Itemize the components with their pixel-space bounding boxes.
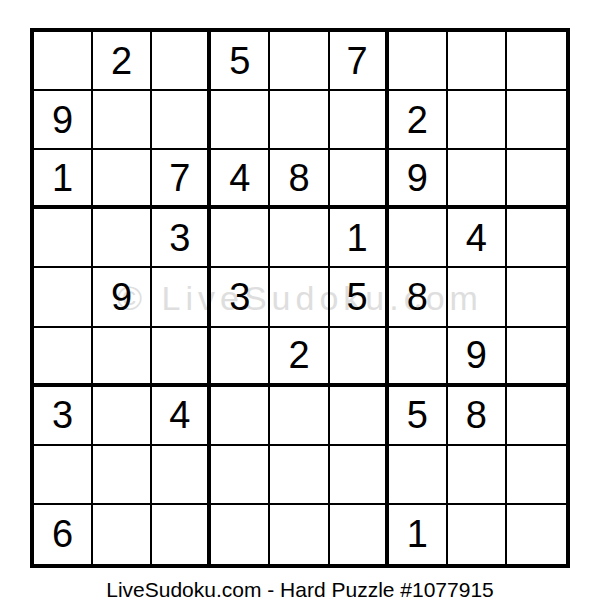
sudoku-cell-r6c2[interactable] xyxy=(93,328,152,387)
sudoku-cell-r6c5[interactable]: 2 xyxy=(270,328,329,387)
sudoku-cell-r6c9[interactable] xyxy=(507,328,566,387)
sudoku-cell-r4c2[interactable] xyxy=(93,209,152,268)
sudoku-cell-r5c3[interactable] xyxy=(152,268,211,327)
sudoku-cell-r1c4[interactable]: 5 xyxy=(211,32,270,91)
sudoku-cell-r2c5[interactable] xyxy=(270,91,329,150)
sudoku-cell-r7c8[interactable]: 8 xyxy=(448,387,507,446)
sudoku-cell-r9c2[interactable] xyxy=(93,505,152,564)
sudoku-cell-r7c1[interactable]: 3 xyxy=(34,387,93,446)
sudoku-cell-r1c1[interactable] xyxy=(34,32,93,91)
sudoku-cell-r3c5[interactable]: 8 xyxy=(270,150,329,209)
page: © LiveSudoku.com 25792174893149358293458… xyxy=(0,0,600,615)
sudoku-cell-r4c7[interactable] xyxy=(389,209,448,268)
sudoku-cell-r6c6[interactable] xyxy=(330,328,389,387)
sudoku-cell-r9c3[interactable] xyxy=(152,505,211,564)
sudoku-board: © LiveSudoku.com 25792174893149358293458… xyxy=(30,28,570,568)
sudoku-cell-r9c7[interactable]: 1 xyxy=(389,505,448,564)
sudoku-cell-r6c1[interactable] xyxy=(34,328,93,387)
sudoku-cell-r4c6[interactable]: 1 xyxy=(330,209,389,268)
sudoku-cell-r4c1[interactable] xyxy=(34,209,93,268)
sudoku-cell-r8c5[interactable] xyxy=(270,446,329,505)
sudoku-cell-r2c9[interactable] xyxy=(507,91,566,150)
sudoku-cell-r4c3[interactable]: 3 xyxy=(152,209,211,268)
sudoku-cell-r5c9[interactable] xyxy=(507,268,566,327)
sudoku-cell-r1c7[interactable] xyxy=(389,32,448,91)
sudoku-cell-r6c7[interactable] xyxy=(389,328,448,387)
sudoku-cell-r8c7[interactable] xyxy=(389,446,448,505)
sudoku-cell-r8c9[interactable] xyxy=(507,446,566,505)
caption: LiveSudoku.com - Hard Puzzle #1077915 xyxy=(0,578,600,602)
sudoku-cell-r8c4[interactable] xyxy=(211,446,270,505)
sudoku-cell-r6c3[interactable] xyxy=(152,328,211,387)
sudoku-cell-r7c6[interactable] xyxy=(330,387,389,446)
sudoku-cell-r9c5[interactable] xyxy=(270,505,329,564)
sudoku-cell-r9c4[interactable] xyxy=(211,505,270,564)
sudoku-cell-r8c1[interactable] xyxy=(34,446,93,505)
sudoku-cell-r7c4[interactable] xyxy=(211,387,270,446)
sudoku-cell-r6c8[interactable]: 9 xyxy=(448,328,507,387)
sudoku-cell-r5c8[interactable] xyxy=(448,268,507,327)
sudoku-cell-r7c5[interactable] xyxy=(270,387,329,446)
sudoku-cell-r5c2[interactable]: 9 xyxy=(93,268,152,327)
sudoku-cell-r7c2[interactable] xyxy=(93,387,152,446)
sudoku-cell-r8c3[interactable] xyxy=(152,446,211,505)
sudoku-cell-r3c6[interactable] xyxy=(330,150,389,209)
sudoku-cell-r7c9[interactable] xyxy=(507,387,566,446)
sudoku-cell-r1c6[interactable]: 7 xyxy=(330,32,389,91)
sudoku-cell-r4c4[interactable] xyxy=(211,209,270,268)
sudoku-cell-r4c9[interactable] xyxy=(507,209,566,268)
sudoku-cell-r3c4[interactable]: 4 xyxy=(211,150,270,209)
sudoku-cell-r2c7[interactable]: 2 xyxy=(389,91,448,150)
sudoku-cell-r2c3[interactable] xyxy=(152,91,211,150)
sudoku-cell-r5c7[interactable]: 8 xyxy=(389,268,448,327)
sudoku-cell-r5c1[interactable] xyxy=(34,268,93,327)
sudoku-cell-r5c4[interactable]: 3 xyxy=(211,268,270,327)
sudoku-cell-r3c8[interactable] xyxy=(448,150,507,209)
sudoku-cell-r4c8[interactable]: 4 xyxy=(448,209,507,268)
sudoku-cell-r1c5[interactable] xyxy=(270,32,329,91)
sudoku-cell-r7c3[interactable]: 4 xyxy=(152,387,211,446)
sudoku-cell-r3c2[interactable] xyxy=(93,150,152,209)
sudoku-cell-r1c8[interactable] xyxy=(448,32,507,91)
sudoku-cell-r5c5[interactable] xyxy=(270,268,329,327)
sudoku-cell-r2c1[interactable]: 9 xyxy=(34,91,93,150)
sudoku-cell-r3c3[interactable]: 7 xyxy=(152,150,211,209)
sudoku-cell-r3c9[interactable] xyxy=(507,150,566,209)
sudoku-cell-r3c7[interactable]: 9 xyxy=(389,150,448,209)
sudoku-cell-r9c1[interactable]: 6 xyxy=(34,505,93,564)
sudoku-cell-r2c8[interactable] xyxy=(448,91,507,150)
sudoku-cell-r2c6[interactable] xyxy=(330,91,389,150)
sudoku-cell-r6c4[interactable] xyxy=(211,328,270,387)
sudoku-cell-r4c5[interactable] xyxy=(270,209,329,268)
sudoku-cell-r9c8[interactable] xyxy=(448,505,507,564)
sudoku-cell-r8c6[interactable] xyxy=(330,446,389,505)
sudoku-cell-r5c6[interactable]: 5 xyxy=(330,268,389,327)
sudoku-cell-r8c8[interactable] xyxy=(448,446,507,505)
sudoku-cell-r7c7[interactable]: 5 xyxy=(389,387,448,446)
sudoku-cell-r9c6[interactable] xyxy=(330,505,389,564)
sudoku-cell-r2c2[interactable] xyxy=(93,91,152,150)
sudoku-cell-r9c9[interactable] xyxy=(507,505,566,564)
sudoku-cell-r1c3[interactable] xyxy=(152,32,211,91)
sudoku-cell-r8c2[interactable] xyxy=(93,446,152,505)
sudoku-cell-r1c9[interactable] xyxy=(507,32,566,91)
sudoku-cell-r3c1[interactable]: 1 xyxy=(34,150,93,209)
sudoku-cell-r1c2[interactable]: 2 xyxy=(93,32,152,91)
sudoku-cell-r2c4[interactable] xyxy=(211,91,270,150)
